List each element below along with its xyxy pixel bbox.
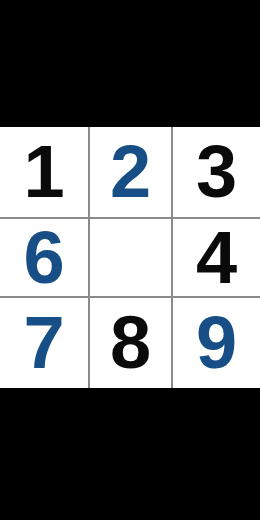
cell-r3c1[interactable]: 7 [0, 298, 88, 388]
cell-r1c1[interactable]: 1 [0, 127, 88, 217]
cell-r1c3[interactable]: 3 [173, 127, 260, 217]
cell-r2c2[interactable] [90, 219, 171, 296]
letterbox-top [0, 0, 260, 127]
cell-r2c1[interactable]: 6 [0, 219, 88, 296]
letterbox-bottom [0, 388, 260, 520]
cell-r3c2[interactable]: 8 [90, 298, 171, 388]
screen: 1 2 3 6 4 7 8 9 [0, 0, 260, 520]
sudoku-grid: 1 2 3 6 4 7 8 9 [0, 127, 260, 388]
cell-r2c3[interactable]: 4 [173, 219, 260, 296]
cell-r3c3[interactable]: 9 [173, 298, 260, 388]
cell-r1c2[interactable]: 2 [90, 127, 171, 217]
